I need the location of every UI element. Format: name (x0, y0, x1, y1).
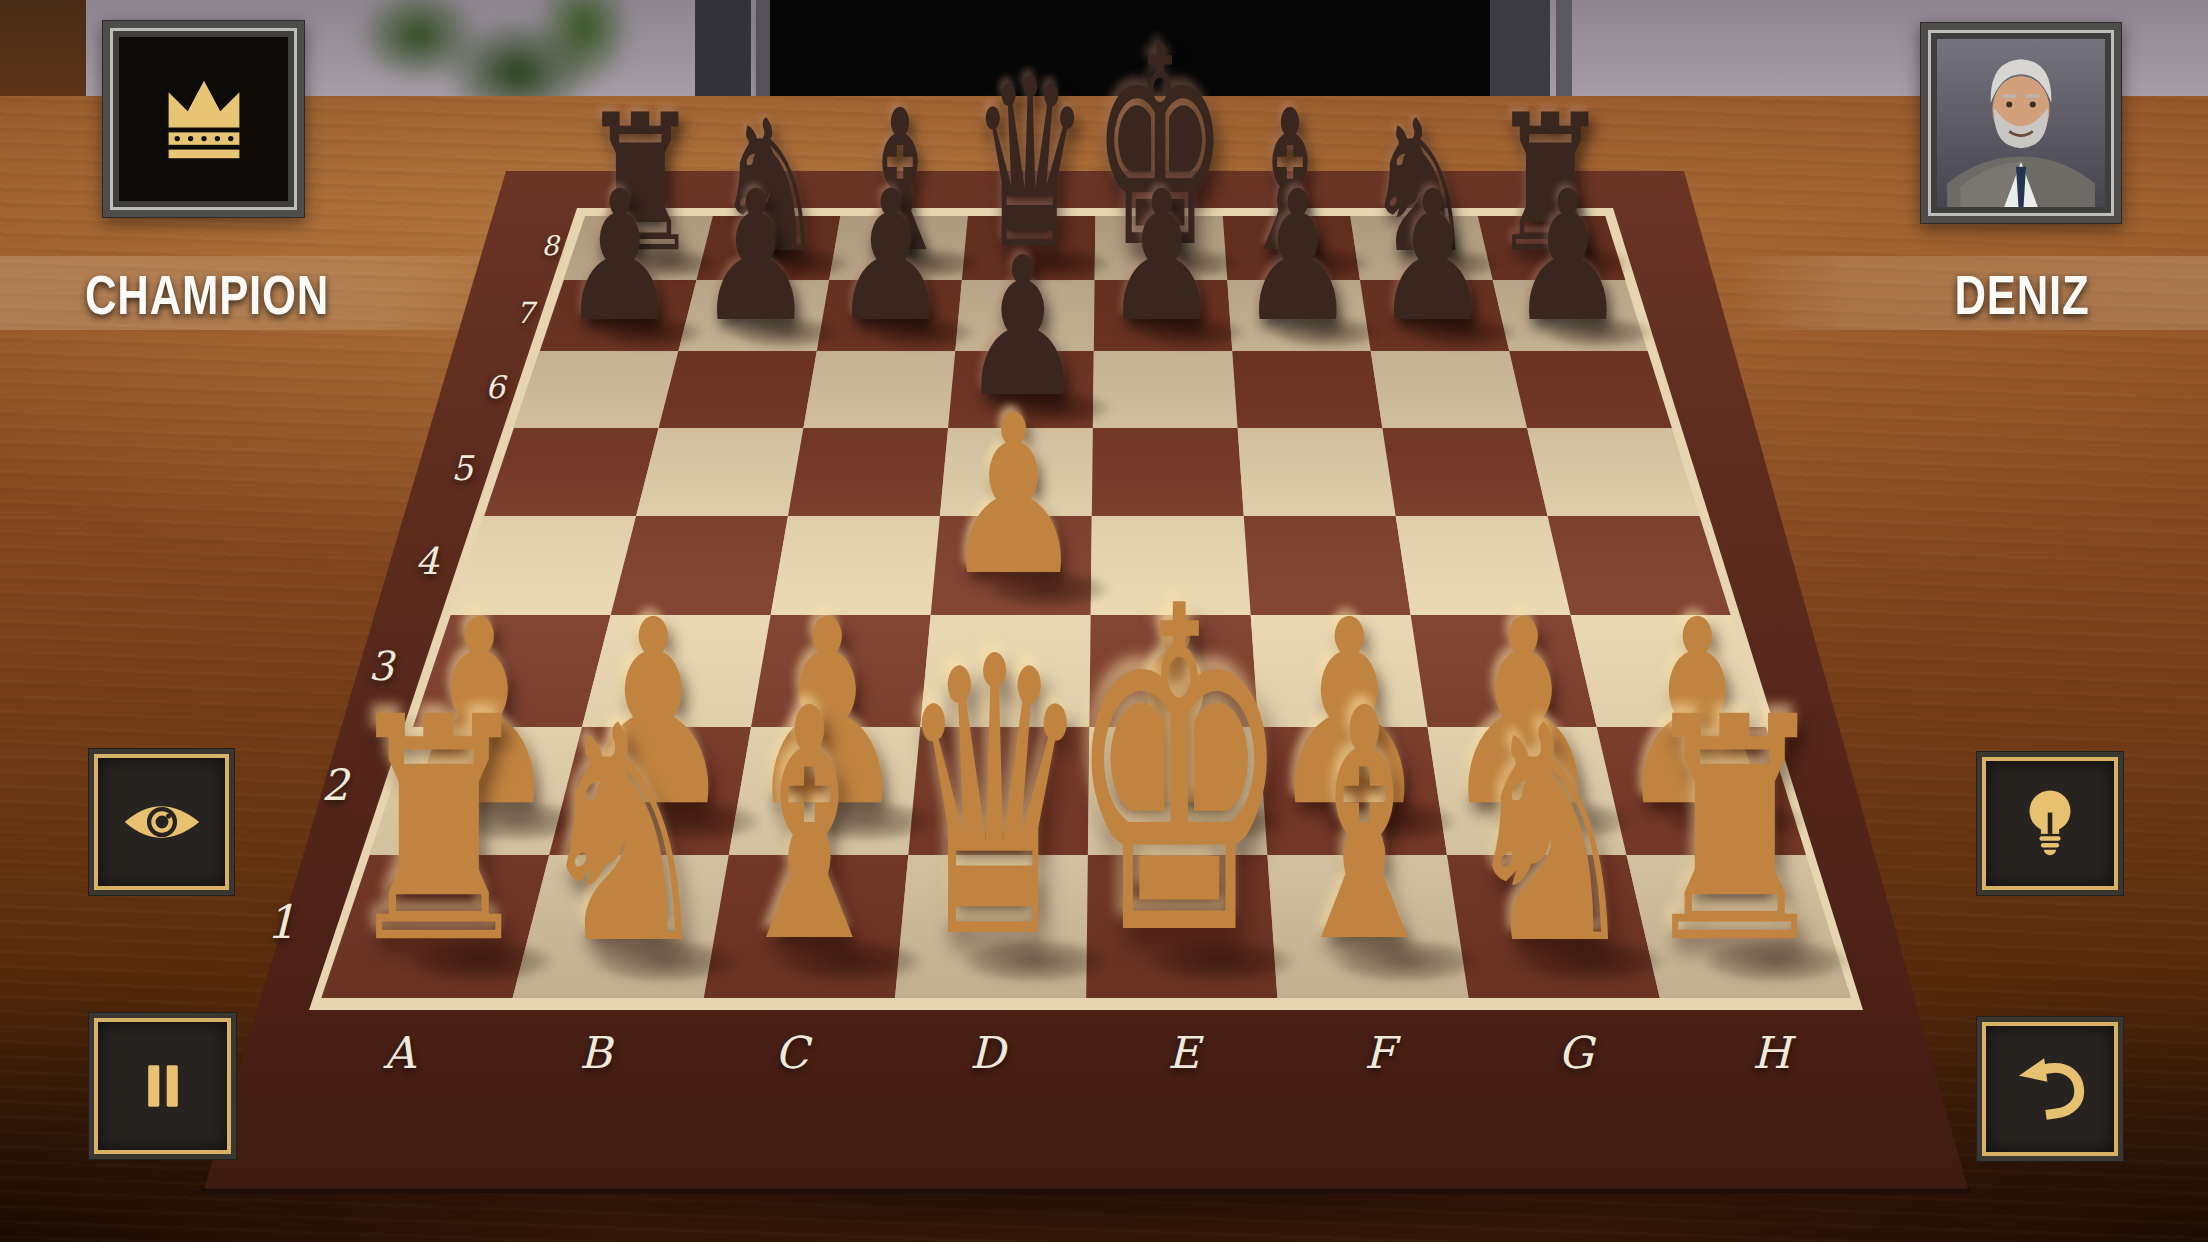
chess-game-screen: 12345678ABCDEFGH ♜♞♝♛♚♝♞♜♟♟♟♟♟♟♟♟♟♟♟♟♟♟♟… (0, 0, 2208, 1242)
pause-button[interactable] (88, 1012, 237, 1160)
pieces-layer: ♜♞♝♛♚♝♞♜♟♟♟♟♟♟♟♟♟♟♟♟♟♟♟♟♜♞♝♛♚♝♞♜ (0, 0, 2208, 1242)
crown-icon (156, 75, 252, 163)
undo-arrow-icon (2012, 1051, 2088, 1127)
black-player-name: DENIZ (1926, 262, 2118, 327)
lightbulb-icon (2012, 782, 2088, 866)
avatar-portrait-icon (1937, 39, 2105, 207)
piece-white-rook-h1[interactable]: ♜ (1513, 677, 1958, 986)
undo-button[interactable] (1976, 1016, 2124, 1162)
hint-button[interactable] (1976, 751, 2124, 896)
eye-icon (119, 786, 205, 858)
eye-view-button[interactable] (88, 748, 235, 896)
opponent-avatar (1920, 22, 2122, 224)
champion-badge (102, 20, 305, 218)
pause-icon (126, 1049, 200, 1123)
white-player-name: CHAMPION (85, 262, 329, 327)
piece-black-pawn-h7[interactable]: ♟ (1439, 167, 1698, 347)
